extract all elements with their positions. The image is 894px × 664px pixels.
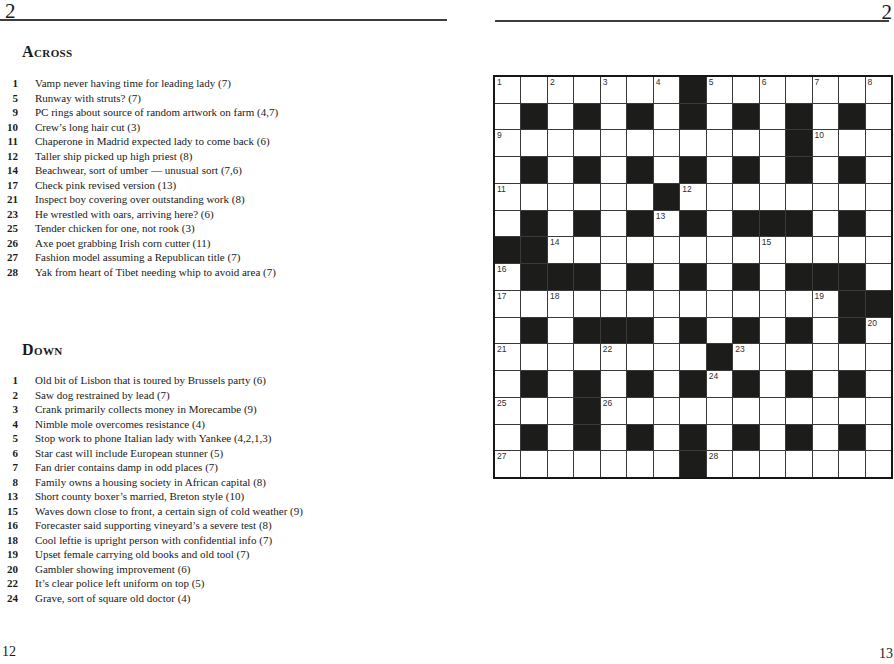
grid-cell[interactable]	[839, 130, 864, 156]
grid-cell-black	[627, 425, 652, 451]
grid-cell[interactable]	[866, 184, 891, 210]
grid-cell[interactable]	[760, 371, 785, 397]
grid-cell[interactable]	[760, 184, 785, 210]
cell-number: 17	[497, 291, 506, 301]
clue-number: 13	[5, 489, 18, 504]
grid-cell[interactable]	[813, 451, 838, 477]
grid-cell[interactable]	[521, 451, 546, 477]
grid-cell[interactable]	[548, 184, 573, 210]
clue-number: 23	[5, 207, 18, 222]
grid-cell[interactable]: 9	[495, 130, 520, 156]
grid-cell[interactable]	[866, 211, 891, 237]
grid-cell[interactable]	[601, 425, 626, 451]
grid-cell[interactable]	[627, 184, 652, 210]
grid-cell-black	[627, 211, 652, 237]
grid-cell[interactable]	[521, 291, 546, 317]
grid-cell[interactable]	[786, 291, 811, 317]
grid-cell[interactable]	[495, 318, 520, 344]
cell-number: 16	[497, 264, 506, 274]
grid-cell[interactable]	[866, 371, 891, 397]
grid-cell[interactable]	[574, 184, 599, 210]
clue-text: Yak from heart of Tibet needing whip to …	[35, 265, 276, 280]
cell-number: 23	[735, 344, 744, 354]
grid-cell-black	[839, 371, 864, 397]
cell-number: 15	[762, 237, 771, 247]
grid-cell[interactable]	[707, 318, 732, 344]
across-clue: 23He wrestled with oars, arriving here? …	[5, 207, 278, 222]
grid-cell-black	[839, 211, 864, 237]
crossword-grid: 1234567891011121314151617181920212223242…	[493, 75, 893, 479]
grid-cell[interactable]	[839, 77, 864, 103]
clue-text: Chaperone in Madrid expected lady to com…	[35, 134, 270, 149]
grid-cell[interactable]	[813, 318, 838, 344]
cell-number: 11	[497, 184, 506, 194]
down-clue: 13Short county boxer’s married, Breton s…	[5, 489, 303, 504]
grid-cell[interactable]	[733, 398, 758, 424]
grid-cell[interactable]: 12	[680, 184, 705, 210]
grid-cell[interactable]	[707, 264, 732, 290]
clue-number: 20	[5, 562, 18, 577]
cell-number: 4	[656, 77, 661, 87]
grid-cell-black	[521, 237, 546, 263]
grid-cell[interactable]	[627, 291, 652, 317]
grid-cell[interactable]	[866, 344, 891, 370]
grid-cell[interactable]	[574, 291, 599, 317]
clue-number: 2	[5, 388, 18, 403]
grid-cell[interactable]	[654, 425, 679, 451]
clue-number: 11	[5, 134, 18, 149]
grid-cell[interactable]	[707, 291, 732, 317]
grid-cell[interactable]	[760, 344, 785, 370]
grid-cell[interactable]	[707, 237, 732, 263]
grid-cell[interactable]	[548, 371, 573, 397]
grid-cell[interactable]: 26	[601, 398, 626, 424]
cell-number: 10	[815, 130, 824, 140]
cell-number: 21	[497, 344, 506, 354]
down-clue: 8Family owns a housing society in Africa…	[5, 475, 303, 490]
left-header-rule	[0, 19, 447, 21]
grid-cell[interactable]: 20	[866, 318, 891, 344]
grid-cell[interactable]	[866, 130, 891, 156]
grid-cell-black	[680, 77, 705, 103]
grid-cell[interactable]: 21	[495, 344, 520, 370]
grid-cell-black	[680, 104, 705, 130]
across-heading: Across	[22, 44, 73, 60]
grid-cell[interactable]: 7	[813, 77, 838, 103]
right-page-number-bottom: 13	[879, 647, 893, 661]
cell-number: 8	[868, 77, 873, 87]
grid-cell-black	[574, 211, 599, 237]
cell-number: 12	[682, 184, 691, 194]
grid-cell-black	[574, 157, 599, 183]
clue-text: He wrestled with oars, arriving here? (6…	[35, 207, 214, 222]
grid-cell[interactable]	[786, 184, 811, 210]
clue-text: Upset female carrying old books and old …	[35, 547, 249, 562]
clue-number: 12	[5, 149, 18, 164]
grid-cell[interactable]	[548, 318, 573, 344]
grid-cell[interactable]	[601, 451, 626, 477]
grid-cell-black	[654, 184, 679, 210]
clue-number: 1	[5, 76, 18, 91]
grid-cell[interactable]	[866, 425, 891, 451]
grid-cell[interactable]	[813, 211, 838, 237]
grid-cell[interactable]	[760, 130, 785, 156]
grid-cell[interactable]	[601, 130, 626, 156]
grid-cell[interactable]	[786, 451, 811, 477]
clue-text: Star cast will include European stunner …	[35, 446, 223, 461]
grid-cell-black	[733, 371, 758, 397]
grid-cell[interactable]	[813, 184, 838, 210]
cell-number: 1	[497, 77, 502, 87]
grid-cell[interactable]	[733, 184, 758, 210]
grid-cell-black	[521, 157, 546, 183]
grid-cell[interactable]: 28	[707, 451, 732, 477]
grid-cell[interactable]: 8	[866, 77, 891, 103]
grid-cell[interactable]	[839, 184, 864, 210]
grid-cell[interactable]	[733, 451, 758, 477]
grid-cell[interactable]: 5	[707, 77, 732, 103]
grid-cell[interactable]	[733, 237, 758, 263]
grid-cell-black	[786, 371, 811, 397]
down-clue: 3Crank primarily collects money in Morec…	[5, 402, 303, 417]
cell-number: 27	[497, 451, 506, 461]
grid-cell-black	[733, 157, 758, 183]
grid-cell[interactable]	[495, 211, 520, 237]
grid-cell[interactable]	[760, 398, 785, 424]
grid-cell[interactable]: 13	[654, 211, 679, 237]
grid-cell[interactable]	[601, 184, 626, 210]
clue-number: 6	[5, 446, 18, 461]
grid-cell-black	[574, 398, 599, 424]
grid-cell-black	[627, 264, 652, 290]
grid-cell[interactable]	[707, 104, 732, 130]
clue-text: Vamp never having time for leading lady …	[35, 76, 231, 91]
grid-cell-black	[627, 104, 652, 130]
cell-number: 14	[550, 237, 559, 247]
clue-text: It’s clear police left uniform on top (5…	[35, 576, 205, 591]
grid-cell[interactable]	[839, 237, 864, 263]
grid-cell[interactable]	[495, 157, 520, 183]
grid-cell[interactable]	[627, 130, 652, 156]
grid-cell[interactable]	[601, 211, 626, 237]
clue-text: Old bit of Lisbon that is toured by Brus…	[35, 373, 266, 388]
clue-text: Taller ship picked up high priest (8)	[35, 149, 192, 164]
down-clue: 6Star cast will include European stunner…	[5, 446, 303, 461]
clue-number: 17	[5, 178, 18, 193]
clue-text: PC rings about source of random artwork …	[35, 105, 278, 120]
grid-cell[interactable]: 17	[495, 291, 520, 317]
cell-number: 6	[762, 77, 767, 87]
grid-cell[interactable]	[760, 318, 785, 344]
clue-number: 26	[5, 236, 18, 251]
grid-cell-black	[627, 318, 652, 344]
grid-cell[interactable]: 3	[601, 77, 626, 103]
grid-cell-black	[548, 264, 573, 290]
grid-cell[interactable]	[521, 130, 546, 156]
grid-cell-black	[627, 371, 652, 397]
across-clue: 17Check pink revised version (13)	[5, 178, 278, 193]
cell-number: 7	[815, 77, 820, 87]
grid-cell[interactable]	[866, 157, 891, 183]
grid-cell[interactable]	[680, 398, 705, 424]
across-clue: 27Fashion model assuming a Republican ti…	[5, 250, 278, 265]
grid-cell[interactable]	[866, 104, 891, 130]
grid-cell[interactable]	[601, 157, 626, 183]
grid-cell[interactable]: 11	[495, 184, 520, 210]
across-clue: 26Axe poet grabbing Irish corn cutter (1…	[5, 236, 278, 251]
cell-number: 28	[709, 451, 718, 461]
clue-text: Tender chicken for one, not rook (3)	[35, 221, 195, 236]
across-clue: 21Inspect boy covering over outstanding …	[5, 192, 278, 207]
grid-cell[interactable]	[813, 398, 838, 424]
grid-cell[interactable]	[574, 451, 599, 477]
grid-cell-black	[521, 104, 546, 130]
grid-cell[interactable]	[521, 184, 546, 210]
grid-cell[interactable]: 14	[548, 237, 573, 263]
down-clues: 1Old bit of Lisbon that is toured by Bru…	[5, 373, 303, 605]
grid-cell[interactable]	[760, 104, 785, 130]
clue-text: Crank primarily collects money in Moreca…	[35, 402, 257, 417]
grid-cell[interactable]	[733, 130, 758, 156]
grid-cell[interactable]: 19	[813, 291, 838, 317]
clue-number: 15	[5, 504, 18, 519]
grid-cell-black	[601, 318, 626, 344]
grid-cell[interactable]	[627, 237, 652, 263]
grid-cell[interactable]	[654, 318, 679, 344]
grid-cell[interactable]: 15	[760, 237, 785, 263]
grid-cell[interactable]	[574, 237, 599, 263]
clue-text: Beachwear, sort of umber — unusual sort …	[35, 163, 242, 178]
grid-cell-black	[521, 371, 546, 397]
grid-cell[interactable]	[601, 291, 626, 317]
grid-cell[interactable]	[866, 237, 891, 263]
grid-cell[interactable]	[548, 398, 573, 424]
grid-cell[interactable]	[786, 344, 811, 370]
grid-cell[interactable]	[733, 291, 758, 317]
grid-cell[interactable]: 23	[733, 344, 758, 370]
clue-text: Runway with struts? (7)	[35, 91, 141, 106]
grid-cell-black	[786, 157, 811, 183]
grid-cell[interactable]	[813, 104, 838, 130]
grid-cell[interactable]	[707, 184, 732, 210]
cell-number: 18	[550, 291, 559, 301]
grid-cell-black	[521, 264, 546, 290]
grid-cell[interactable]	[680, 237, 705, 263]
grid-cell[interactable]: 24	[707, 371, 732, 397]
cell-number: 9	[497, 130, 502, 140]
grid-cell[interactable]	[521, 344, 546, 370]
clue-number: 22	[5, 576, 18, 591]
across-clue: 1Vamp never having time for leading lady…	[5, 76, 278, 91]
clue-number: 21	[5, 192, 18, 207]
grid-cell-black	[839, 157, 864, 183]
grid-cell[interactable]	[760, 291, 785, 317]
clue-text: Waves down close to front, a certain sig…	[35, 504, 303, 519]
grid-cell-black	[839, 264, 864, 290]
grid-cell[interactable]	[574, 344, 599, 370]
grid-cell[interactable]: 2	[548, 77, 573, 103]
clue-text: Grave, sort of square old doctor (4)	[35, 591, 190, 606]
across-clue: 9PC rings about source of random artwork…	[5, 105, 278, 120]
grid-cell-black	[786, 318, 811, 344]
grid-cell[interactable]: 27	[495, 451, 520, 477]
grid-cell[interactable]	[627, 344, 652, 370]
grid-cell[interactable]	[786, 77, 811, 103]
cell-number: 5	[709, 77, 714, 87]
grid-cell[interactable]	[813, 371, 838, 397]
grid-cell-black	[680, 264, 705, 290]
grid-cell[interactable]	[707, 425, 732, 451]
grid-cell[interactable]	[574, 77, 599, 103]
grid-cell[interactable]	[760, 157, 785, 183]
clue-text: Saw dog restrained by lead (7)	[35, 388, 170, 403]
grid-cell[interactable]	[548, 211, 573, 237]
grid-cell-black	[839, 291, 864, 317]
grid-cell[interactable]: 22	[601, 344, 626, 370]
grid-cell[interactable]	[654, 451, 679, 477]
grid-cell[interactable]	[654, 104, 679, 130]
grid-cell[interactable]: 1	[495, 77, 520, 103]
clue-number: 1	[5, 373, 18, 388]
grid-cell[interactable]	[548, 425, 573, 451]
cell-number: 13	[656, 211, 665, 221]
grid-cell[interactable]	[601, 371, 626, 397]
across-clue: 28Yak from heart of Tibet needing whip t…	[5, 265, 278, 280]
down-clue: 20Gambler showing improvement (6)	[5, 562, 303, 577]
grid-cell[interactable]: 25	[495, 398, 520, 424]
grid-cell-black	[760, 211, 785, 237]
grid-cell[interactable]	[733, 77, 758, 103]
grid-cell[interactable]: 4	[654, 77, 679, 103]
grid-cell[interactable]	[866, 264, 891, 290]
grid-cell[interactable]	[548, 451, 573, 477]
grid-cell[interactable]	[654, 371, 679, 397]
right-page-number-top: 2	[882, 2, 893, 23]
grid-cell-black	[574, 371, 599, 397]
grid-cell[interactable]	[760, 451, 785, 477]
grid-cell[interactable]	[548, 130, 573, 156]
grid-cell[interactable]	[548, 157, 573, 183]
down-clue: 18Cool leftie is upright person with con…	[5, 533, 303, 548]
across-clues: 1Vamp never having time for leading lady…	[5, 76, 278, 279]
grid-cell[interactable]	[548, 104, 573, 130]
grid-cell[interactable]	[866, 398, 891, 424]
grid-cell[interactable]	[813, 157, 838, 183]
grid-cell[interactable]	[707, 398, 732, 424]
clue-text: Short county boxer’s married, Breton sty…	[35, 489, 244, 504]
grid-cell[interactable]	[866, 451, 891, 477]
grid-cell-black	[786, 211, 811, 237]
grid-cell[interactable]	[839, 398, 864, 424]
grid-cell[interactable]	[813, 425, 838, 451]
cell-number: 3	[603, 77, 608, 87]
down-clue: 5Stop work to phone Italian lady with Ya…	[5, 431, 303, 446]
grid-cell-black	[786, 130, 811, 156]
down-clue: 15Waves down close to front, a certain s…	[5, 504, 303, 519]
grid-cell[interactable]	[654, 344, 679, 370]
cell-number: 24	[709, 371, 718, 381]
grid-cell-black	[521, 211, 546, 237]
down-clue: 7Fan drier contains damp in odd places (…	[5, 460, 303, 475]
grid-cell[interactable]	[601, 237, 626, 263]
grid-cell[interactable]: 18	[548, 291, 573, 317]
cell-number: 2	[550, 77, 555, 87]
across-clue: 25Tender chicken for one, not rook (3)	[5, 221, 278, 236]
grid-cell[interactable]	[654, 157, 679, 183]
grid-cell[interactable]	[707, 157, 732, 183]
grid-cell[interactable]	[707, 211, 732, 237]
grid-cell[interactable]	[601, 264, 626, 290]
left-page-number-bottom: 12	[2, 645, 16, 659]
grid-cell[interactable]	[654, 291, 679, 317]
across-clue: 12Taller ship picked up high priest (8)	[5, 149, 278, 164]
grid-cell[interactable]	[495, 425, 520, 451]
grid-cell[interactable]	[601, 104, 626, 130]
cell-number: 20	[868, 318, 877, 328]
grid-cell[interactable]	[760, 264, 785, 290]
grid-cell[interactable]	[680, 291, 705, 317]
clue-text: Gambler showing improvement (6)	[35, 562, 191, 577]
grid-cell-black	[733, 211, 758, 237]
grid-cell[interactable]: 6	[760, 77, 785, 103]
grid-cell[interactable]	[839, 451, 864, 477]
grid-cell[interactable]	[654, 398, 679, 424]
grid-cell[interactable]	[760, 425, 785, 451]
down-clue: 19Upset female carrying old books and ol…	[5, 547, 303, 562]
grid-cell-black	[574, 318, 599, 344]
grid-cell[interactable]	[521, 77, 546, 103]
grid-cell[interactable]	[627, 451, 652, 477]
grid-cell-black	[574, 425, 599, 451]
grid-cell[interactable]	[495, 104, 520, 130]
down-heading: Down	[22, 342, 63, 358]
cell-number: 22	[603, 344, 612, 354]
grid-cell[interactable]	[813, 237, 838, 263]
grid-cell[interactable]	[813, 344, 838, 370]
grid-cell[interactable]	[548, 344, 573, 370]
grid-cell-black	[707, 344, 732, 370]
grid-cell[interactable]	[627, 77, 652, 103]
grid-cell[interactable]	[654, 264, 679, 290]
clue-number: 10	[5, 120, 18, 135]
grid-cell[interactable]	[839, 344, 864, 370]
cell-number: 19	[815, 291, 824, 301]
grid-cell[interactable]	[680, 344, 705, 370]
grid-cell-black	[733, 318, 758, 344]
down-clue: 16Forecaster said supporting vineyard’s …	[5, 518, 303, 533]
clue-text: Fan drier contains damp in odd places (7…	[35, 460, 218, 475]
grid-cell[interactable]	[495, 371, 520, 397]
clue-number: 4	[5, 417, 18, 432]
grid-cell[interactable]	[654, 130, 679, 156]
grid-cell[interactable]: 10	[813, 130, 838, 156]
grid-cell[interactable]: 16	[495, 264, 520, 290]
grid-cell[interactable]	[680, 130, 705, 156]
clue-text: Crew’s long hair cut (3)	[35, 120, 140, 135]
clue-number: 3	[5, 402, 18, 417]
grid-cell-black	[574, 104, 599, 130]
grid-cell-black	[521, 425, 546, 451]
grid-cell-black	[627, 157, 652, 183]
grid-cell[interactable]	[627, 398, 652, 424]
grid-cell[interactable]	[786, 398, 811, 424]
grid-cell[interactable]	[654, 237, 679, 263]
grid-cell[interactable]	[521, 398, 546, 424]
grid-cell-black	[813, 264, 838, 290]
grid-cell[interactable]	[707, 130, 732, 156]
grid-cell[interactable]	[786, 237, 811, 263]
grid-cell[interactable]	[574, 130, 599, 156]
